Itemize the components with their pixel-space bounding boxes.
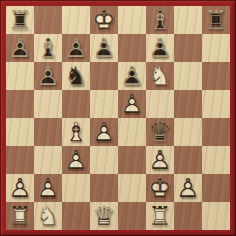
square-b2[interactable]: ♟♙: [34, 174, 62, 202]
piece-white-bishop-c4[interactable]: ♝♗: [62, 118, 90, 146]
square-c4[interactable]: ♝♗: [62, 118, 90, 146]
square-c7[interactable]: ♟♙: [62, 34, 90, 62]
pawn-outline-icon: ♙: [62, 146, 90, 174]
piece-black-pawn-c7[interactable]: ♟♙: [62, 34, 90, 62]
bishop-outline-icon: ♗: [62, 118, 90, 146]
pawn-outline-icon: ♙: [62, 34, 90, 62]
square-c1[interactable]: [62, 202, 90, 230]
square-h5[interactable]: [202, 90, 230, 118]
piece-white-pawn-b2[interactable]: ♟♙: [34, 174, 62, 202]
square-d4[interactable]: ♟♙: [90, 118, 118, 146]
pawn-outline-icon: ♙: [34, 62, 62, 90]
pawn-outline-icon: ♙: [6, 34, 34, 62]
knight-outline-icon: ♘: [146, 62, 174, 90]
square-e1[interactable]: [118, 202, 146, 230]
square-e2[interactable]: [118, 174, 146, 202]
square-a5[interactable]: [6, 90, 34, 118]
square-e7[interactable]: [118, 34, 146, 62]
knight-outline-icon: ♘: [62, 62, 90, 90]
square-f5[interactable]: [146, 90, 174, 118]
square-f2[interactable]: ♚♔: [146, 174, 174, 202]
piece-black-pawn-f7[interactable]: ♟♙: [146, 34, 174, 62]
square-a3[interactable]: [6, 146, 34, 174]
square-a7[interactable]: ♟♙: [6, 34, 34, 62]
piece-black-bishop-b7[interactable]: ♝♗: [34, 34, 62, 62]
rook-outline-icon: ♖: [146, 202, 174, 230]
square-h8[interactable]: ♜♖: [202, 6, 230, 34]
square-e6[interactable]: ♟♙: [118, 62, 146, 90]
knight-outline-icon: ♘: [34, 202, 62, 230]
piece-white-pawn-d4[interactable]: ♟♙: [90, 118, 118, 146]
square-g1[interactable]: [174, 202, 202, 230]
piece-white-pawn-e5[interactable]: ♟♙: [118, 90, 146, 118]
rook-outline-icon: ♖: [202, 6, 230, 34]
square-b4[interactable]: [34, 118, 62, 146]
square-b7[interactable]: ♝♗: [34, 34, 62, 62]
piece-white-pawn-c3[interactable]: ♟♙: [62, 146, 90, 174]
piece-white-king-f2[interactable]: ♚♔: [146, 174, 174, 202]
pawn-outline-icon: ♙: [90, 118, 118, 146]
square-d5[interactable]: [90, 90, 118, 118]
square-e4[interactable]: [118, 118, 146, 146]
square-h6[interactable]: [202, 62, 230, 90]
square-f3[interactable]: ♟♙: [146, 146, 174, 174]
square-a8[interactable]: ♜♖: [6, 6, 34, 34]
queen-outline-icon: ♕: [90, 202, 118, 230]
square-f6[interactable]: ♞♘: [146, 62, 174, 90]
piece-white-knight-f6[interactable]: ♞♘: [146, 62, 174, 90]
piece-white-queen-d1[interactable]: ♛♕: [90, 202, 118, 230]
piece-black-rook-a8[interactable]: ♜♖: [6, 6, 34, 34]
square-d8[interactable]: ♚♔: [90, 6, 118, 34]
square-c8[interactable]: [62, 6, 90, 34]
pawn-outline-icon: ♙: [90, 34, 118, 62]
square-b1[interactable]: ♞♘: [34, 202, 62, 230]
square-c5[interactable]: [62, 90, 90, 118]
piece-black-bishop-f8[interactable]: ♝♗: [146, 6, 174, 34]
square-c3[interactable]: ♟♙: [62, 146, 90, 174]
square-b6[interactable]: ♟♙: [34, 62, 62, 90]
square-f4[interactable]: ♛♕: [146, 118, 174, 146]
square-c2[interactable]: [62, 174, 90, 202]
square-b5[interactable]: [34, 90, 62, 118]
square-d2[interactable]: [90, 174, 118, 202]
square-g3[interactable]: [174, 146, 202, 174]
pawn-outline-icon: ♙: [34, 174, 62, 202]
king-outline-icon: ♔: [146, 174, 174, 202]
square-g2[interactable]: ♟♙: [174, 174, 202, 202]
square-d7[interactable]: ♟♙: [90, 34, 118, 62]
piece-white-knight-b1[interactable]: ♞♘: [34, 202, 62, 230]
square-g5[interactable]: [174, 90, 202, 118]
square-g6[interactable]: [174, 62, 202, 90]
queen-outline-icon: ♕: [146, 118, 174, 146]
board-frame: ♜♖♚♔♝♗♜♖♟♙♝♗♟♙♟♙♟♙♟♙♞♘♟♙♞♘♟♙♝♗♟♙♛♕♟♙♟♙♟♙…: [0, 0, 236, 236]
piece-white-pawn-a2[interactable]: ♟♙: [6, 174, 34, 202]
square-h1[interactable]: [202, 202, 230, 230]
square-h4[interactable]: [202, 118, 230, 146]
pawn-outline-icon: ♙: [118, 62, 146, 90]
square-h3[interactable]: [202, 146, 230, 174]
square-f1[interactable]: ♜♖: [146, 202, 174, 230]
rook-outline-icon: ♖: [6, 6, 34, 34]
pawn-outline-icon: ♙: [174, 174, 202, 202]
square-b8[interactable]: [34, 6, 62, 34]
square-e5[interactable]: ♟♙: [118, 90, 146, 118]
piece-black-pawn-b6[interactable]: ♟♙: [34, 62, 62, 90]
pawn-outline-icon: ♙: [118, 90, 146, 118]
chess-board: ♜♖♚♔♝♗♜♖♟♙♝♗♟♙♟♙♟♙♟♙♞♘♟♙♞♘♟♙♝♗♟♙♛♕♟♙♟♙♟♙…: [6, 6, 230, 230]
square-h7[interactable]: [202, 34, 230, 62]
square-g8[interactable]: [174, 6, 202, 34]
bishop-outline-icon: ♗: [34, 34, 62, 62]
piece-black-pawn-d7[interactable]: ♟♙: [90, 34, 118, 62]
piece-white-rook-f1[interactable]: ♜♖: [146, 202, 174, 230]
square-d6[interactable]: [90, 62, 118, 90]
piece-black-knight-c6[interactable]: ♞♘: [62, 62, 90, 90]
pawn-outline-icon: ♙: [146, 34, 174, 62]
pawn-outline-icon: ♙: [146, 146, 174, 174]
piece-white-pawn-g2[interactable]: ♟♙: [174, 174, 202, 202]
square-a1[interactable]: ♜♖: [6, 202, 34, 230]
square-f8[interactable]: ♝♗: [146, 6, 174, 34]
king-outline-icon: ♔: [90, 6, 118, 34]
square-e8[interactable]: [118, 6, 146, 34]
piece-white-king-d8[interactable]: ♚♔: [90, 6, 118, 34]
square-g4[interactable]: [174, 118, 202, 146]
pawn-outline-icon: ♙: [6, 174, 34, 202]
square-a4[interactable]: [6, 118, 34, 146]
piece-black-pawn-a7[interactable]: ♟♙: [6, 34, 34, 62]
square-e3[interactable]: [118, 146, 146, 174]
piece-black-pawn-e6[interactable]: ♟♙: [118, 62, 146, 90]
piece-black-rook-h8[interactable]: ♜♖: [202, 6, 230, 34]
piece-white-rook-a1[interactable]: ♜♖: [6, 202, 34, 230]
square-a2[interactable]: ♟♙: [6, 174, 34, 202]
square-b3[interactable]: [34, 146, 62, 174]
square-f7[interactable]: ♟♙: [146, 34, 174, 62]
piece-black-queen-f4[interactable]: ♛♕: [146, 118, 174, 146]
square-g7[interactable]: [174, 34, 202, 62]
bishop-outline-icon: ♗: [146, 6, 174, 34]
square-h2[interactable]: [202, 174, 230, 202]
square-c6[interactable]: ♞♘: [62, 62, 90, 90]
rook-outline-icon: ♖: [6, 202, 34, 230]
square-d3[interactable]: [90, 146, 118, 174]
square-a6[interactable]: [6, 62, 34, 90]
piece-white-pawn-f3[interactable]: ♟♙: [146, 146, 174, 174]
square-d1[interactable]: ♛♕: [90, 202, 118, 230]
